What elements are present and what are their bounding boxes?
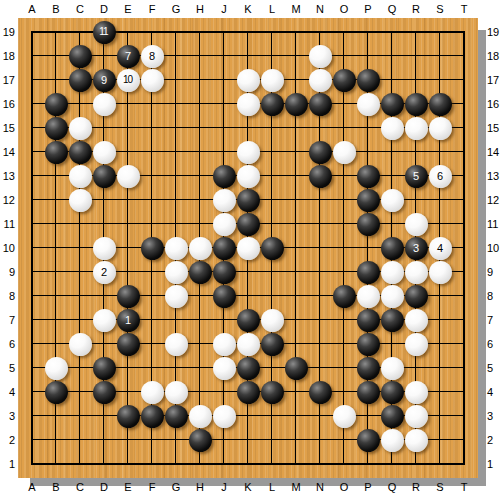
point-N10[interactable] bbox=[308, 236, 332, 260]
point-O8[interactable] bbox=[332, 284, 356, 308]
point-Q6[interactable] bbox=[380, 332, 404, 356]
point-T7[interactable] bbox=[452, 308, 476, 332]
point-Q7[interactable] bbox=[380, 308, 404, 332]
point-A14[interactable] bbox=[20, 140, 44, 164]
point-S15[interactable] bbox=[428, 116, 452, 140]
point-M10[interactable] bbox=[284, 236, 308, 260]
point-T15[interactable] bbox=[452, 116, 476, 140]
point-L9[interactable] bbox=[260, 260, 284, 284]
point-P2[interactable] bbox=[356, 428, 380, 452]
point-G7[interactable] bbox=[164, 308, 188, 332]
point-Q2[interactable] bbox=[380, 428, 404, 452]
point-T10[interactable] bbox=[452, 236, 476, 260]
point-S18[interactable] bbox=[428, 44, 452, 68]
point-B4[interactable] bbox=[44, 380, 68, 404]
point-T1[interactable] bbox=[452, 452, 476, 476]
point-M7[interactable] bbox=[284, 308, 308, 332]
point-F17[interactable] bbox=[140, 68, 164, 92]
point-B19[interactable] bbox=[44, 20, 68, 44]
point-O4[interactable] bbox=[332, 380, 356, 404]
point-N11[interactable] bbox=[308, 212, 332, 236]
point-N16[interactable] bbox=[308, 92, 332, 116]
point-K1[interactable] bbox=[236, 452, 260, 476]
point-R1[interactable] bbox=[404, 452, 428, 476]
point-B1[interactable] bbox=[44, 452, 68, 476]
point-H13[interactable] bbox=[188, 164, 212, 188]
point-N7[interactable] bbox=[308, 308, 332, 332]
point-C8[interactable] bbox=[68, 284, 92, 308]
point-K7[interactable] bbox=[236, 308, 260, 332]
point-P16[interactable] bbox=[356, 92, 380, 116]
point-H9[interactable] bbox=[188, 260, 212, 284]
point-O16[interactable] bbox=[332, 92, 356, 116]
point-O1[interactable] bbox=[332, 452, 356, 476]
point-B9[interactable] bbox=[44, 260, 68, 284]
point-J18[interactable] bbox=[212, 44, 236, 68]
point-F8[interactable] bbox=[140, 284, 164, 308]
point-B10[interactable] bbox=[44, 236, 68, 260]
point-B12[interactable] bbox=[44, 188, 68, 212]
point-O14[interactable] bbox=[332, 140, 356, 164]
point-T4[interactable] bbox=[452, 380, 476, 404]
point-P15[interactable] bbox=[356, 116, 380, 140]
point-A2[interactable] bbox=[20, 428, 44, 452]
point-C16[interactable] bbox=[68, 92, 92, 116]
point-J17[interactable] bbox=[212, 68, 236, 92]
point-O12[interactable] bbox=[332, 188, 356, 212]
point-Q11[interactable] bbox=[380, 212, 404, 236]
point-D5[interactable] bbox=[92, 356, 116, 380]
point-J13[interactable] bbox=[212, 164, 236, 188]
point-E7[interactable]: 1 bbox=[116, 308, 140, 332]
point-E1[interactable] bbox=[116, 452, 140, 476]
point-C4[interactable] bbox=[68, 380, 92, 404]
point-C10[interactable] bbox=[68, 236, 92, 260]
point-F3[interactable] bbox=[140, 404, 164, 428]
point-D7[interactable] bbox=[92, 308, 116, 332]
point-G11[interactable] bbox=[164, 212, 188, 236]
point-A12[interactable] bbox=[20, 188, 44, 212]
point-H12[interactable] bbox=[188, 188, 212, 212]
point-Q17[interactable] bbox=[380, 68, 404, 92]
point-J19[interactable] bbox=[212, 20, 236, 44]
point-K8[interactable] bbox=[236, 284, 260, 308]
point-S14[interactable] bbox=[428, 140, 452, 164]
point-L10[interactable] bbox=[260, 236, 284, 260]
point-E5[interactable] bbox=[116, 356, 140, 380]
point-C1[interactable] bbox=[68, 452, 92, 476]
point-P4[interactable] bbox=[356, 380, 380, 404]
point-M4[interactable] bbox=[284, 380, 308, 404]
point-R2[interactable] bbox=[404, 428, 428, 452]
point-L15[interactable] bbox=[260, 116, 284, 140]
point-J6[interactable] bbox=[212, 332, 236, 356]
point-B15[interactable] bbox=[44, 116, 68, 140]
point-A15[interactable] bbox=[20, 116, 44, 140]
point-T19[interactable] bbox=[452, 20, 476, 44]
point-Q10[interactable] bbox=[380, 236, 404, 260]
point-A10[interactable] bbox=[20, 236, 44, 260]
point-P10[interactable] bbox=[356, 236, 380, 260]
point-J4[interactable] bbox=[212, 380, 236, 404]
point-K19[interactable] bbox=[236, 20, 260, 44]
point-L12[interactable] bbox=[260, 188, 284, 212]
point-F4[interactable] bbox=[140, 380, 164, 404]
point-N9[interactable] bbox=[308, 260, 332, 284]
point-J15[interactable] bbox=[212, 116, 236, 140]
point-T11[interactable] bbox=[452, 212, 476, 236]
point-B5[interactable] bbox=[44, 356, 68, 380]
point-R13[interactable]: 5 bbox=[404, 164, 428, 188]
point-S8[interactable] bbox=[428, 284, 452, 308]
point-N4[interactable] bbox=[308, 380, 332, 404]
point-H1[interactable] bbox=[188, 452, 212, 476]
point-G15[interactable] bbox=[164, 116, 188, 140]
point-B6[interactable] bbox=[44, 332, 68, 356]
point-F7[interactable] bbox=[140, 308, 164, 332]
point-L6[interactable] bbox=[260, 332, 284, 356]
point-E16[interactable] bbox=[116, 92, 140, 116]
point-B14[interactable] bbox=[44, 140, 68, 164]
point-Q19[interactable] bbox=[380, 20, 404, 44]
point-O11[interactable] bbox=[332, 212, 356, 236]
point-T9[interactable] bbox=[452, 260, 476, 284]
point-F11[interactable] bbox=[140, 212, 164, 236]
point-H5[interactable] bbox=[188, 356, 212, 380]
point-E6[interactable] bbox=[116, 332, 140, 356]
point-C19[interactable] bbox=[68, 20, 92, 44]
point-Q14[interactable] bbox=[380, 140, 404, 164]
point-G18[interactable] bbox=[164, 44, 188, 68]
point-L11[interactable] bbox=[260, 212, 284, 236]
point-R5[interactable] bbox=[404, 356, 428, 380]
point-G3[interactable] bbox=[164, 404, 188, 428]
point-E10[interactable] bbox=[116, 236, 140, 260]
point-N8[interactable] bbox=[308, 284, 332, 308]
point-F9[interactable] bbox=[140, 260, 164, 284]
point-F14[interactable] bbox=[140, 140, 164, 164]
point-N18[interactable] bbox=[308, 44, 332, 68]
point-R14[interactable] bbox=[404, 140, 428, 164]
point-H11[interactable] bbox=[188, 212, 212, 236]
point-H10[interactable] bbox=[188, 236, 212, 260]
point-A9[interactable] bbox=[20, 260, 44, 284]
point-H15[interactable] bbox=[188, 116, 212, 140]
point-A3[interactable] bbox=[20, 404, 44, 428]
point-R6[interactable] bbox=[404, 332, 428, 356]
point-S13[interactable]: 6 bbox=[428, 164, 452, 188]
point-E17[interactable]: 10 bbox=[116, 68, 140, 92]
point-R19[interactable] bbox=[404, 20, 428, 44]
point-D11[interactable] bbox=[92, 212, 116, 236]
point-T6[interactable] bbox=[452, 332, 476, 356]
point-H7[interactable] bbox=[188, 308, 212, 332]
point-T17[interactable] bbox=[452, 68, 476, 92]
point-P17[interactable] bbox=[356, 68, 380, 92]
point-H19[interactable] bbox=[188, 20, 212, 44]
point-N5[interactable] bbox=[308, 356, 332, 380]
point-D17[interactable]: 9 bbox=[92, 68, 116, 92]
point-A8[interactable] bbox=[20, 284, 44, 308]
point-L1[interactable] bbox=[260, 452, 284, 476]
point-A6[interactable] bbox=[20, 332, 44, 356]
point-C12[interactable] bbox=[68, 188, 92, 212]
point-O13[interactable] bbox=[332, 164, 356, 188]
point-C7[interactable] bbox=[68, 308, 92, 332]
point-P14[interactable] bbox=[356, 140, 380, 164]
point-K5[interactable] bbox=[236, 356, 260, 380]
point-P19[interactable] bbox=[356, 20, 380, 44]
point-F5[interactable] bbox=[140, 356, 164, 380]
point-S10[interactable]: 4 bbox=[428, 236, 452, 260]
point-F2[interactable] bbox=[140, 428, 164, 452]
point-L18[interactable] bbox=[260, 44, 284, 68]
point-M2[interactable] bbox=[284, 428, 308, 452]
point-E14[interactable] bbox=[116, 140, 140, 164]
point-S9[interactable] bbox=[428, 260, 452, 284]
point-J3[interactable] bbox=[212, 404, 236, 428]
point-G5[interactable] bbox=[164, 356, 188, 380]
point-E15[interactable] bbox=[116, 116, 140, 140]
point-F6[interactable] bbox=[140, 332, 164, 356]
point-K10[interactable] bbox=[236, 236, 260, 260]
point-K9[interactable] bbox=[236, 260, 260, 284]
point-P8[interactable] bbox=[356, 284, 380, 308]
point-D6[interactable] bbox=[92, 332, 116, 356]
point-G16[interactable] bbox=[164, 92, 188, 116]
point-M12[interactable] bbox=[284, 188, 308, 212]
point-T16[interactable] bbox=[452, 92, 476, 116]
point-K17[interactable] bbox=[236, 68, 260, 92]
point-S6[interactable] bbox=[428, 332, 452, 356]
point-O2[interactable] bbox=[332, 428, 356, 452]
point-K14[interactable] bbox=[236, 140, 260, 164]
point-T8[interactable] bbox=[452, 284, 476, 308]
point-L7[interactable] bbox=[260, 308, 284, 332]
point-C17[interactable] bbox=[68, 68, 92, 92]
point-C3[interactable] bbox=[68, 404, 92, 428]
point-E4[interactable] bbox=[116, 380, 140, 404]
point-C11[interactable] bbox=[68, 212, 92, 236]
point-L2[interactable] bbox=[260, 428, 284, 452]
point-Q5[interactable] bbox=[380, 356, 404, 380]
point-G1[interactable] bbox=[164, 452, 188, 476]
point-M8[interactable] bbox=[284, 284, 308, 308]
point-P18[interactable] bbox=[356, 44, 380, 68]
point-G12[interactable] bbox=[164, 188, 188, 212]
point-M13[interactable] bbox=[284, 164, 308, 188]
point-A5[interactable] bbox=[20, 356, 44, 380]
point-J8[interactable] bbox=[212, 284, 236, 308]
point-R15[interactable] bbox=[404, 116, 428, 140]
point-T3[interactable] bbox=[452, 404, 476, 428]
point-L14[interactable] bbox=[260, 140, 284, 164]
point-C2[interactable] bbox=[68, 428, 92, 452]
point-H8[interactable] bbox=[188, 284, 212, 308]
point-F19[interactable] bbox=[140, 20, 164, 44]
point-K15[interactable] bbox=[236, 116, 260, 140]
point-R10[interactable]: 3 bbox=[404, 236, 428, 260]
point-R12[interactable] bbox=[404, 188, 428, 212]
point-E8[interactable] bbox=[116, 284, 140, 308]
point-O15[interactable] bbox=[332, 116, 356, 140]
point-D15[interactable] bbox=[92, 116, 116, 140]
point-S2[interactable] bbox=[428, 428, 452, 452]
point-M19[interactable] bbox=[284, 20, 308, 44]
point-M6[interactable] bbox=[284, 332, 308, 356]
point-K2[interactable] bbox=[236, 428, 260, 452]
point-D12[interactable] bbox=[92, 188, 116, 212]
point-B13[interactable] bbox=[44, 164, 68, 188]
point-J16[interactable] bbox=[212, 92, 236, 116]
point-Q13[interactable] bbox=[380, 164, 404, 188]
point-H6[interactable] bbox=[188, 332, 212, 356]
point-N14[interactable] bbox=[308, 140, 332, 164]
point-C5[interactable] bbox=[68, 356, 92, 380]
point-J7[interactable] bbox=[212, 308, 236, 332]
point-E18[interactable]: 7 bbox=[116, 44, 140, 68]
point-J1[interactable] bbox=[212, 452, 236, 476]
point-M16[interactable] bbox=[284, 92, 308, 116]
point-G19[interactable] bbox=[164, 20, 188, 44]
point-L13[interactable] bbox=[260, 164, 284, 188]
point-T18[interactable] bbox=[452, 44, 476, 68]
point-M1[interactable] bbox=[284, 452, 308, 476]
point-S12[interactable] bbox=[428, 188, 452, 212]
point-L4[interactable] bbox=[260, 380, 284, 404]
point-C13[interactable] bbox=[68, 164, 92, 188]
point-G2[interactable] bbox=[164, 428, 188, 452]
point-T14[interactable] bbox=[452, 140, 476, 164]
point-S3[interactable] bbox=[428, 404, 452, 428]
point-A16[interactable] bbox=[20, 92, 44, 116]
point-G14[interactable] bbox=[164, 140, 188, 164]
point-K16[interactable] bbox=[236, 92, 260, 116]
point-L17[interactable] bbox=[260, 68, 284, 92]
point-A11[interactable] bbox=[20, 212, 44, 236]
point-H18[interactable] bbox=[188, 44, 212, 68]
point-T12[interactable] bbox=[452, 188, 476, 212]
point-O10[interactable] bbox=[332, 236, 356, 260]
point-Q9[interactable] bbox=[380, 260, 404, 284]
point-M11[interactable] bbox=[284, 212, 308, 236]
point-T2[interactable] bbox=[452, 428, 476, 452]
point-R4[interactable] bbox=[404, 380, 428, 404]
point-L8[interactable] bbox=[260, 284, 284, 308]
point-D2[interactable] bbox=[92, 428, 116, 452]
point-C9[interactable] bbox=[68, 260, 92, 284]
point-G6[interactable] bbox=[164, 332, 188, 356]
point-T5[interactable] bbox=[452, 356, 476, 380]
point-P1[interactable] bbox=[356, 452, 380, 476]
point-S4[interactable] bbox=[428, 380, 452, 404]
point-D9[interactable]: 2 bbox=[92, 260, 116, 284]
point-A19[interactable] bbox=[20, 20, 44, 44]
point-F12[interactable] bbox=[140, 188, 164, 212]
point-F16[interactable] bbox=[140, 92, 164, 116]
point-K4[interactable] bbox=[236, 380, 260, 404]
point-Q15[interactable] bbox=[380, 116, 404, 140]
point-Q16[interactable] bbox=[380, 92, 404, 116]
point-O17[interactable] bbox=[332, 68, 356, 92]
point-D4[interactable] bbox=[92, 380, 116, 404]
point-S16[interactable] bbox=[428, 92, 452, 116]
point-L19[interactable] bbox=[260, 20, 284, 44]
point-N6[interactable] bbox=[308, 332, 332, 356]
point-B17[interactable] bbox=[44, 68, 68, 92]
point-B2[interactable] bbox=[44, 428, 68, 452]
point-A1[interactable] bbox=[20, 452, 44, 476]
point-K12[interactable] bbox=[236, 188, 260, 212]
point-B11[interactable] bbox=[44, 212, 68, 236]
point-J12[interactable] bbox=[212, 188, 236, 212]
point-H17[interactable] bbox=[188, 68, 212, 92]
point-O18[interactable] bbox=[332, 44, 356, 68]
point-P7[interactable] bbox=[356, 308, 380, 332]
point-N13[interactable] bbox=[308, 164, 332, 188]
point-O3[interactable] bbox=[332, 404, 356, 428]
point-B18[interactable] bbox=[44, 44, 68, 68]
point-O7[interactable] bbox=[332, 308, 356, 332]
point-F10[interactable] bbox=[140, 236, 164, 260]
point-Q1[interactable] bbox=[380, 452, 404, 476]
point-H4[interactable] bbox=[188, 380, 212, 404]
point-J5[interactable] bbox=[212, 356, 236, 380]
point-M14[interactable] bbox=[284, 140, 308, 164]
point-N3[interactable] bbox=[308, 404, 332, 428]
point-A4[interactable] bbox=[20, 380, 44, 404]
point-A7[interactable] bbox=[20, 308, 44, 332]
point-M15[interactable] bbox=[284, 116, 308, 140]
point-R8[interactable] bbox=[404, 284, 428, 308]
point-O6[interactable] bbox=[332, 332, 356, 356]
point-A13[interactable] bbox=[20, 164, 44, 188]
point-M17[interactable] bbox=[284, 68, 308, 92]
point-Q12[interactable] bbox=[380, 188, 404, 212]
point-K11[interactable] bbox=[236, 212, 260, 236]
point-G8[interactable] bbox=[164, 284, 188, 308]
point-P9[interactable] bbox=[356, 260, 380, 284]
point-J10[interactable] bbox=[212, 236, 236, 260]
point-Q4[interactable] bbox=[380, 380, 404, 404]
point-B16[interactable] bbox=[44, 92, 68, 116]
point-O5[interactable] bbox=[332, 356, 356, 380]
point-D18[interactable] bbox=[92, 44, 116, 68]
point-B3[interactable] bbox=[44, 404, 68, 428]
point-Q8[interactable] bbox=[380, 284, 404, 308]
point-P12[interactable] bbox=[356, 188, 380, 212]
point-P6[interactable] bbox=[356, 332, 380, 356]
point-E13[interactable] bbox=[116, 164, 140, 188]
point-K13[interactable] bbox=[236, 164, 260, 188]
point-R16[interactable] bbox=[404, 92, 428, 116]
point-J2[interactable] bbox=[212, 428, 236, 452]
point-D13[interactable] bbox=[92, 164, 116, 188]
point-S7[interactable] bbox=[428, 308, 452, 332]
point-P3[interactable] bbox=[356, 404, 380, 428]
point-F15[interactable] bbox=[140, 116, 164, 140]
point-K18[interactable] bbox=[236, 44, 260, 68]
point-D14[interactable] bbox=[92, 140, 116, 164]
point-A18[interactable] bbox=[20, 44, 44, 68]
point-E12[interactable] bbox=[116, 188, 140, 212]
point-G9[interactable] bbox=[164, 260, 188, 284]
point-H14[interactable] bbox=[188, 140, 212, 164]
point-D3[interactable] bbox=[92, 404, 116, 428]
point-J9[interactable] bbox=[212, 260, 236, 284]
point-N2[interactable] bbox=[308, 428, 332, 452]
point-R3[interactable] bbox=[404, 404, 428, 428]
